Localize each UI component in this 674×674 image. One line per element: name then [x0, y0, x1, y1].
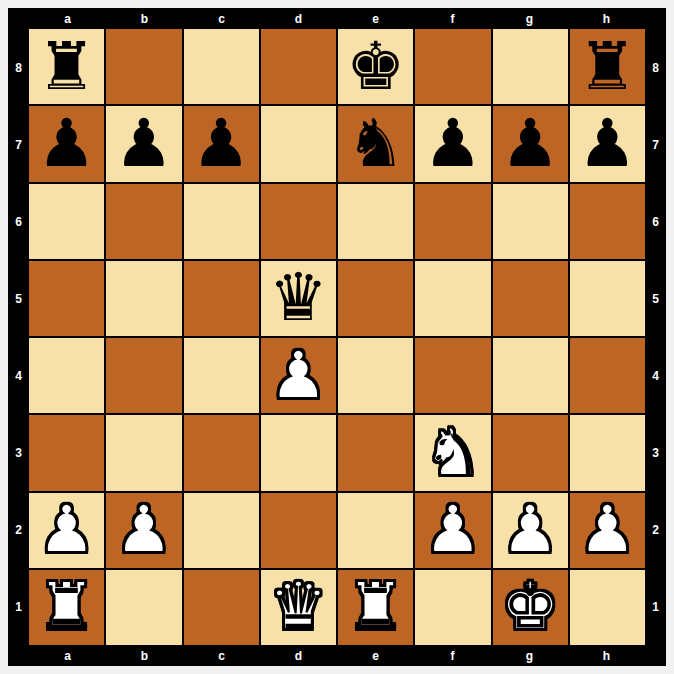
rank-labels-left: 87654321: [8, 29, 29, 645]
square-b1[interactable]: [106, 570, 181, 645]
square-a5[interactable]: [29, 261, 104, 336]
file-label-f: f: [414, 645, 491, 666]
square-a4[interactable]: [29, 338, 104, 413]
rank-label-2: 2: [8, 491, 29, 568]
square-d5[interactable]: ♛: [261, 261, 336, 336]
square-b8[interactable]: [106, 29, 181, 104]
square-c3[interactable]: [184, 415, 259, 490]
rank-label-8: 8: [8, 29, 29, 106]
rank-label-2: 2: [645, 491, 666, 568]
square-g6[interactable]: [493, 184, 568, 259]
piece-black-pawn: ♟: [501, 111, 560, 177]
square-a8[interactable]: ♜: [29, 29, 104, 104]
file-label-c: c: [183, 645, 260, 666]
square-d7[interactable]: [261, 106, 336, 181]
square-c2[interactable]: [184, 493, 259, 568]
square-f7[interactable]: ♟: [415, 106, 490, 181]
piece-black-pawn: ♟: [114, 111, 173, 177]
file-label-b: b: [106, 8, 183, 29]
square-e5[interactable]: [338, 261, 413, 336]
square-a6[interactable]: [29, 184, 104, 259]
piece-black-rook: ♜: [578, 34, 637, 100]
square-h3[interactable]: [570, 415, 645, 490]
square-b3[interactable]: [106, 415, 181, 490]
rank-label-7: 7: [645, 106, 666, 183]
square-a7[interactable]: ♟: [29, 106, 104, 181]
square-a1[interactable]: ♜: [29, 570, 104, 645]
file-label-f: f: [414, 8, 491, 29]
square-c4[interactable]: [184, 338, 259, 413]
file-label-d: d: [260, 645, 337, 666]
rank-label-3: 3: [8, 414, 29, 491]
piece-white-pawn: ♟: [37, 497, 96, 563]
square-b4[interactable]: [106, 338, 181, 413]
piece-white-queen: ♛: [269, 574, 328, 640]
chess-board: ♜♚♜♟♟♟♞♟♟♟♛♟♞♟♟♟♟♟♜♛♜♚: [29, 29, 645, 645]
piece-white-pawn: ♟: [114, 497, 173, 563]
square-e3[interactable]: [338, 415, 413, 490]
square-d1[interactable]: ♛: [261, 570, 336, 645]
square-h1[interactable]: [570, 570, 645, 645]
piece-black-pawn: ♟: [423, 111, 482, 177]
piece-white-pawn: ♟: [578, 497, 637, 563]
file-labels-bottom: abcdefgh: [29, 645, 645, 666]
file-label-d: d: [260, 8, 337, 29]
square-h5[interactable]: [570, 261, 645, 336]
square-g4[interactable]: [493, 338, 568, 413]
square-h8[interactable]: ♜: [570, 29, 645, 104]
square-e8[interactable]: ♚: [338, 29, 413, 104]
chess-board-frame: abcdefgh 87654321 ♜♚♜♟♟♟♞♟♟♟♛♟♞♟♟♟♟♟♜♛♜♚…: [8, 8, 666, 666]
piece-white-rook: ♜: [346, 574, 405, 640]
square-a3[interactable]: [29, 415, 104, 490]
file-label-c: c: [183, 8, 260, 29]
square-f8[interactable]: [415, 29, 490, 104]
square-f4[interactable]: [415, 338, 490, 413]
file-label-e: e: [337, 8, 414, 29]
square-b5[interactable]: [106, 261, 181, 336]
piece-white-rook: ♜: [37, 574, 96, 640]
square-e6[interactable]: [338, 184, 413, 259]
square-d6[interactable]: [261, 184, 336, 259]
square-g1[interactable]: ♚: [493, 570, 568, 645]
file-label-a: a: [29, 645, 106, 666]
square-e7[interactable]: ♞: [338, 106, 413, 181]
square-f2[interactable]: ♟: [415, 493, 490, 568]
square-e2[interactable]: [338, 493, 413, 568]
piece-black-king: ♚: [346, 34, 405, 100]
file-label-h: h: [568, 8, 645, 29]
square-e4[interactable]: [338, 338, 413, 413]
piece-black-pawn: ♟: [578, 111, 637, 177]
square-a2[interactable]: ♟: [29, 493, 104, 568]
square-d4[interactable]: ♟: [261, 338, 336, 413]
square-f6[interactable]: [415, 184, 490, 259]
rank-label-1: 1: [8, 568, 29, 645]
square-g3[interactable]: [493, 415, 568, 490]
piece-white-pawn: ♟: [269, 343, 328, 409]
square-c6[interactable]: [184, 184, 259, 259]
piece-black-rook: ♜: [37, 34, 96, 100]
rank-label-1: 1: [645, 568, 666, 645]
piece-white-king: ♚: [501, 574, 560, 640]
rank-label-6: 6: [645, 183, 666, 260]
rank-label-7: 7: [8, 106, 29, 183]
file-label-e: e: [337, 645, 414, 666]
rank-label-6: 6: [8, 183, 29, 260]
square-b7[interactable]: ♟: [106, 106, 181, 181]
square-d2[interactable]: [261, 493, 336, 568]
rank-label-5: 5: [645, 260, 666, 337]
square-d3[interactable]: [261, 415, 336, 490]
square-c7[interactable]: ♟: [184, 106, 259, 181]
piece-black-knight: ♞: [346, 111, 405, 177]
rank-label-4: 4: [8, 337, 29, 414]
square-f1[interactable]: [415, 570, 490, 645]
square-f5[interactable]: [415, 261, 490, 336]
rank-label-5: 5: [8, 260, 29, 337]
rank-label-4: 4: [645, 337, 666, 414]
rank-labels-right: 87654321: [645, 29, 666, 645]
square-d8[interactable]: [261, 29, 336, 104]
rank-label-8: 8: [645, 29, 666, 106]
square-c8[interactable]: [184, 29, 259, 104]
square-e1[interactable]: ♜: [338, 570, 413, 645]
square-b2[interactable]: ♟: [106, 493, 181, 568]
file-labels-top: abcdefgh: [29, 8, 645, 29]
piece-white-pawn: ♟: [501, 497, 560, 563]
piece-white-pawn: ♟: [423, 497, 482, 563]
rank-label-3: 3: [645, 414, 666, 491]
square-c5[interactable]: [184, 261, 259, 336]
square-g8[interactable]: [493, 29, 568, 104]
piece-black-pawn: ♟: [192, 111, 251, 177]
file-label-g: g: [491, 8, 568, 29]
square-c1[interactable]: [184, 570, 259, 645]
file-label-g: g: [491, 645, 568, 666]
piece-black-pawn: ♟: [37, 111, 96, 177]
square-b6[interactable]: [106, 184, 181, 259]
square-g5[interactable]: [493, 261, 568, 336]
square-g7[interactable]: ♟: [493, 106, 568, 181]
file-label-b: b: [106, 645, 183, 666]
square-h2[interactable]: ♟: [570, 493, 645, 568]
square-h6[interactable]: [570, 184, 645, 259]
file-label-h: h: [568, 645, 645, 666]
file-label-a: a: [29, 8, 106, 29]
square-g2[interactable]: ♟: [493, 493, 568, 568]
square-h4[interactable]: [570, 338, 645, 413]
piece-black-queen: ♛: [269, 265, 328, 331]
square-f3[interactable]: ♞: [415, 415, 490, 490]
piece-white-knight: ♞: [423, 420, 482, 486]
square-h7[interactable]: ♟: [570, 106, 645, 181]
